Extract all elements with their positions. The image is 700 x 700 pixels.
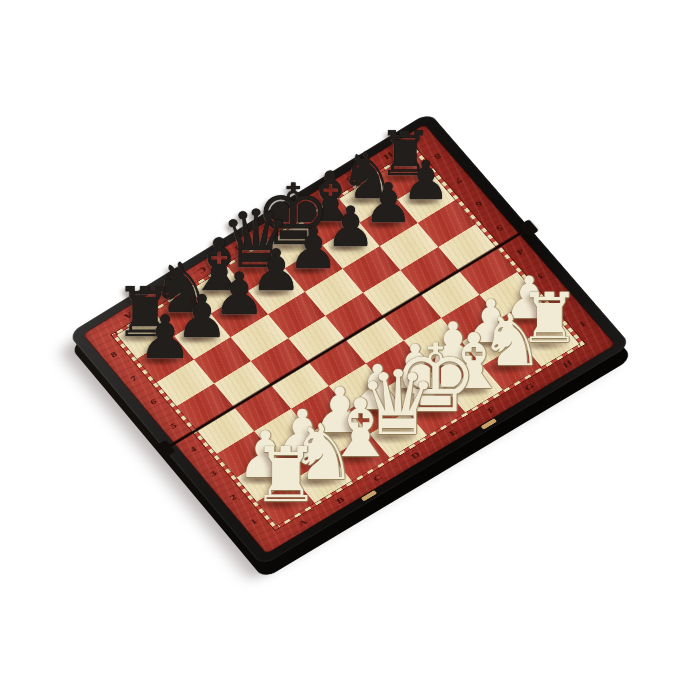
black-pawn-a7[interactable]: ♟ xyxy=(138,308,192,368)
product-photo-stage: AABBCCDDEEFFGGHH1122334455667788 ♜♞♟♝♟♚♟… xyxy=(0,0,700,700)
white-rook-a1[interactable]: ♜ xyxy=(251,438,319,514)
